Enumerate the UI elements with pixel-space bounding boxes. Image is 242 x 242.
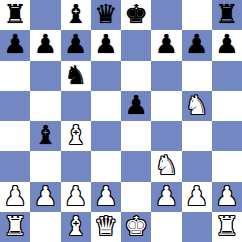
square-g4[interactable] xyxy=(182,121,212,151)
square-e8[interactable]: ♚ xyxy=(121,0,151,30)
piece-black-rook[interactable]: ♜ xyxy=(3,1,26,27)
square-a6[interactable] xyxy=(0,61,30,91)
square-e1[interactable]: ♚ xyxy=(121,212,151,242)
square-c6[interactable]: ♞ xyxy=(61,61,91,91)
piece-black-pawn[interactable]: ♟ xyxy=(64,31,87,57)
square-e4[interactable] xyxy=(121,121,151,151)
square-d3[interactable] xyxy=(91,151,121,181)
square-a7[interactable]: ♟ xyxy=(0,30,30,60)
square-a8[interactable]: ♜ xyxy=(0,0,30,30)
piece-black-bishop[interactable]: ♝ xyxy=(34,122,57,148)
piece-white-pawn[interactable]: ♟ xyxy=(34,183,57,209)
square-g6[interactable] xyxy=(182,61,212,91)
piece-white-bishop[interactable]: ♝ xyxy=(64,122,87,148)
piece-black-pawn[interactable]: ♟ xyxy=(215,31,238,57)
square-h1[interactable]: ♜ xyxy=(212,212,242,242)
piece-white-pawn[interactable]: ♟ xyxy=(64,183,87,209)
piece-black-pawn[interactable]: ♟ xyxy=(155,31,178,57)
square-e7[interactable] xyxy=(121,30,151,60)
square-f4[interactable] xyxy=(151,121,181,151)
square-g5[interactable]: ♞ xyxy=(182,91,212,121)
square-f8[interactable] xyxy=(151,0,181,30)
square-h4[interactable] xyxy=(212,121,242,151)
square-b2[interactable]: ♟ xyxy=(30,182,60,212)
square-b4[interactable]: ♝ xyxy=(30,121,60,151)
square-c3[interactable] xyxy=(61,151,91,181)
piece-white-knight[interactable]: ♞ xyxy=(185,92,208,118)
square-g1[interactable] xyxy=(182,212,212,242)
piece-white-king[interactable]: ♚ xyxy=(124,213,147,239)
piece-white-queen[interactable]: ♛ xyxy=(94,213,117,239)
square-c8[interactable]: ♝ xyxy=(61,0,91,30)
square-b6[interactable] xyxy=(30,61,60,91)
piece-white-pawn[interactable]: ♟ xyxy=(155,183,178,209)
square-h2[interactable]: ♟ xyxy=(212,182,242,212)
square-b1[interactable] xyxy=(30,212,60,242)
square-h7[interactable]: ♟ xyxy=(212,30,242,60)
square-d4[interactable] xyxy=(91,121,121,151)
square-e5[interactable]: ♟ xyxy=(121,91,151,121)
square-b8[interactable] xyxy=(30,0,60,30)
square-d8[interactable]: ♛ xyxy=(91,0,121,30)
square-f6[interactable] xyxy=(151,61,181,91)
square-d6[interactable] xyxy=(91,61,121,91)
piece-black-pawn[interactable]: ♟ xyxy=(3,31,26,57)
piece-white-rook[interactable]: ♜ xyxy=(3,213,26,239)
piece-black-king[interactable]: ♚ xyxy=(124,1,147,27)
square-c4[interactable]: ♝ xyxy=(61,121,91,151)
piece-black-queen[interactable]: ♛ xyxy=(94,1,117,27)
square-b7[interactable]: ♟ xyxy=(30,30,60,60)
square-f1[interactable] xyxy=(151,212,181,242)
square-f5[interactable] xyxy=(151,91,181,121)
piece-black-knight[interactable]: ♞ xyxy=(64,62,87,88)
square-a1[interactable]: ♜ xyxy=(0,212,30,242)
piece-white-bishop[interactable]: ♝ xyxy=(64,213,87,239)
square-e3[interactable] xyxy=(121,151,151,181)
square-b5[interactable] xyxy=(30,91,60,121)
square-a4[interactable] xyxy=(0,121,30,151)
square-e2[interactable] xyxy=(121,182,151,212)
square-h5[interactable] xyxy=(212,91,242,121)
square-h3[interactable] xyxy=(212,151,242,181)
piece-white-rook[interactable]: ♜ xyxy=(215,213,238,239)
square-g8[interactable] xyxy=(182,0,212,30)
square-a3[interactable] xyxy=(0,151,30,181)
piece-black-pawn[interactable]: ♟ xyxy=(34,31,57,57)
square-a2[interactable]: ♟ xyxy=(0,182,30,212)
square-f3[interactable]: ♞ xyxy=(151,151,181,181)
chess-board: ♜♝♛♚♜♟♟♟♟♟♟♟♞♟♞♝♝♞♟♟♟♟♟♟♟♜♝♛♚♜ xyxy=(0,0,242,242)
piece-black-pawn[interactable]: ♟ xyxy=(124,92,147,118)
square-h6[interactable] xyxy=(212,61,242,91)
square-g7[interactable]: ♟ xyxy=(182,30,212,60)
square-g3[interactable] xyxy=(182,151,212,181)
piece-white-pawn[interactable]: ♟ xyxy=(215,183,238,209)
piece-white-pawn[interactable]: ♟ xyxy=(94,183,117,209)
square-d5[interactable] xyxy=(91,91,121,121)
square-c7[interactable]: ♟ xyxy=(61,30,91,60)
square-d2[interactable]: ♟ xyxy=(91,182,121,212)
piece-black-pawn[interactable]: ♟ xyxy=(185,31,208,57)
piece-white-pawn[interactable]: ♟ xyxy=(3,183,26,209)
square-d1[interactable]: ♛ xyxy=(91,212,121,242)
piece-white-knight[interactable]: ♞ xyxy=(155,152,178,178)
piece-white-pawn[interactable]: ♟ xyxy=(185,183,208,209)
square-f2[interactable]: ♟ xyxy=(151,182,181,212)
piece-black-rook[interactable]: ♜ xyxy=(215,1,238,27)
square-h8[interactable]: ♜ xyxy=(212,0,242,30)
square-f7[interactable]: ♟ xyxy=(151,30,181,60)
piece-black-bishop[interactable]: ♝ xyxy=(64,1,87,27)
square-c5[interactable] xyxy=(61,91,91,121)
square-b3[interactable] xyxy=(30,151,60,181)
piece-black-pawn[interactable]: ♟ xyxy=(94,31,117,57)
square-g2[interactable]: ♟ xyxy=(182,182,212,212)
square-e6[interactable] xyxy=(121,61,151,91)
square-a5[interactable] xyxy=(0,91,30,121)
square-c1[interactable]: ♝ xyxy=(61,212,91,242)
square-c2[interactable]: ♟ xyxy=(61,182,91,212)
square-d7[interactable]: ♟ xyxy=(91,30,121,60)
